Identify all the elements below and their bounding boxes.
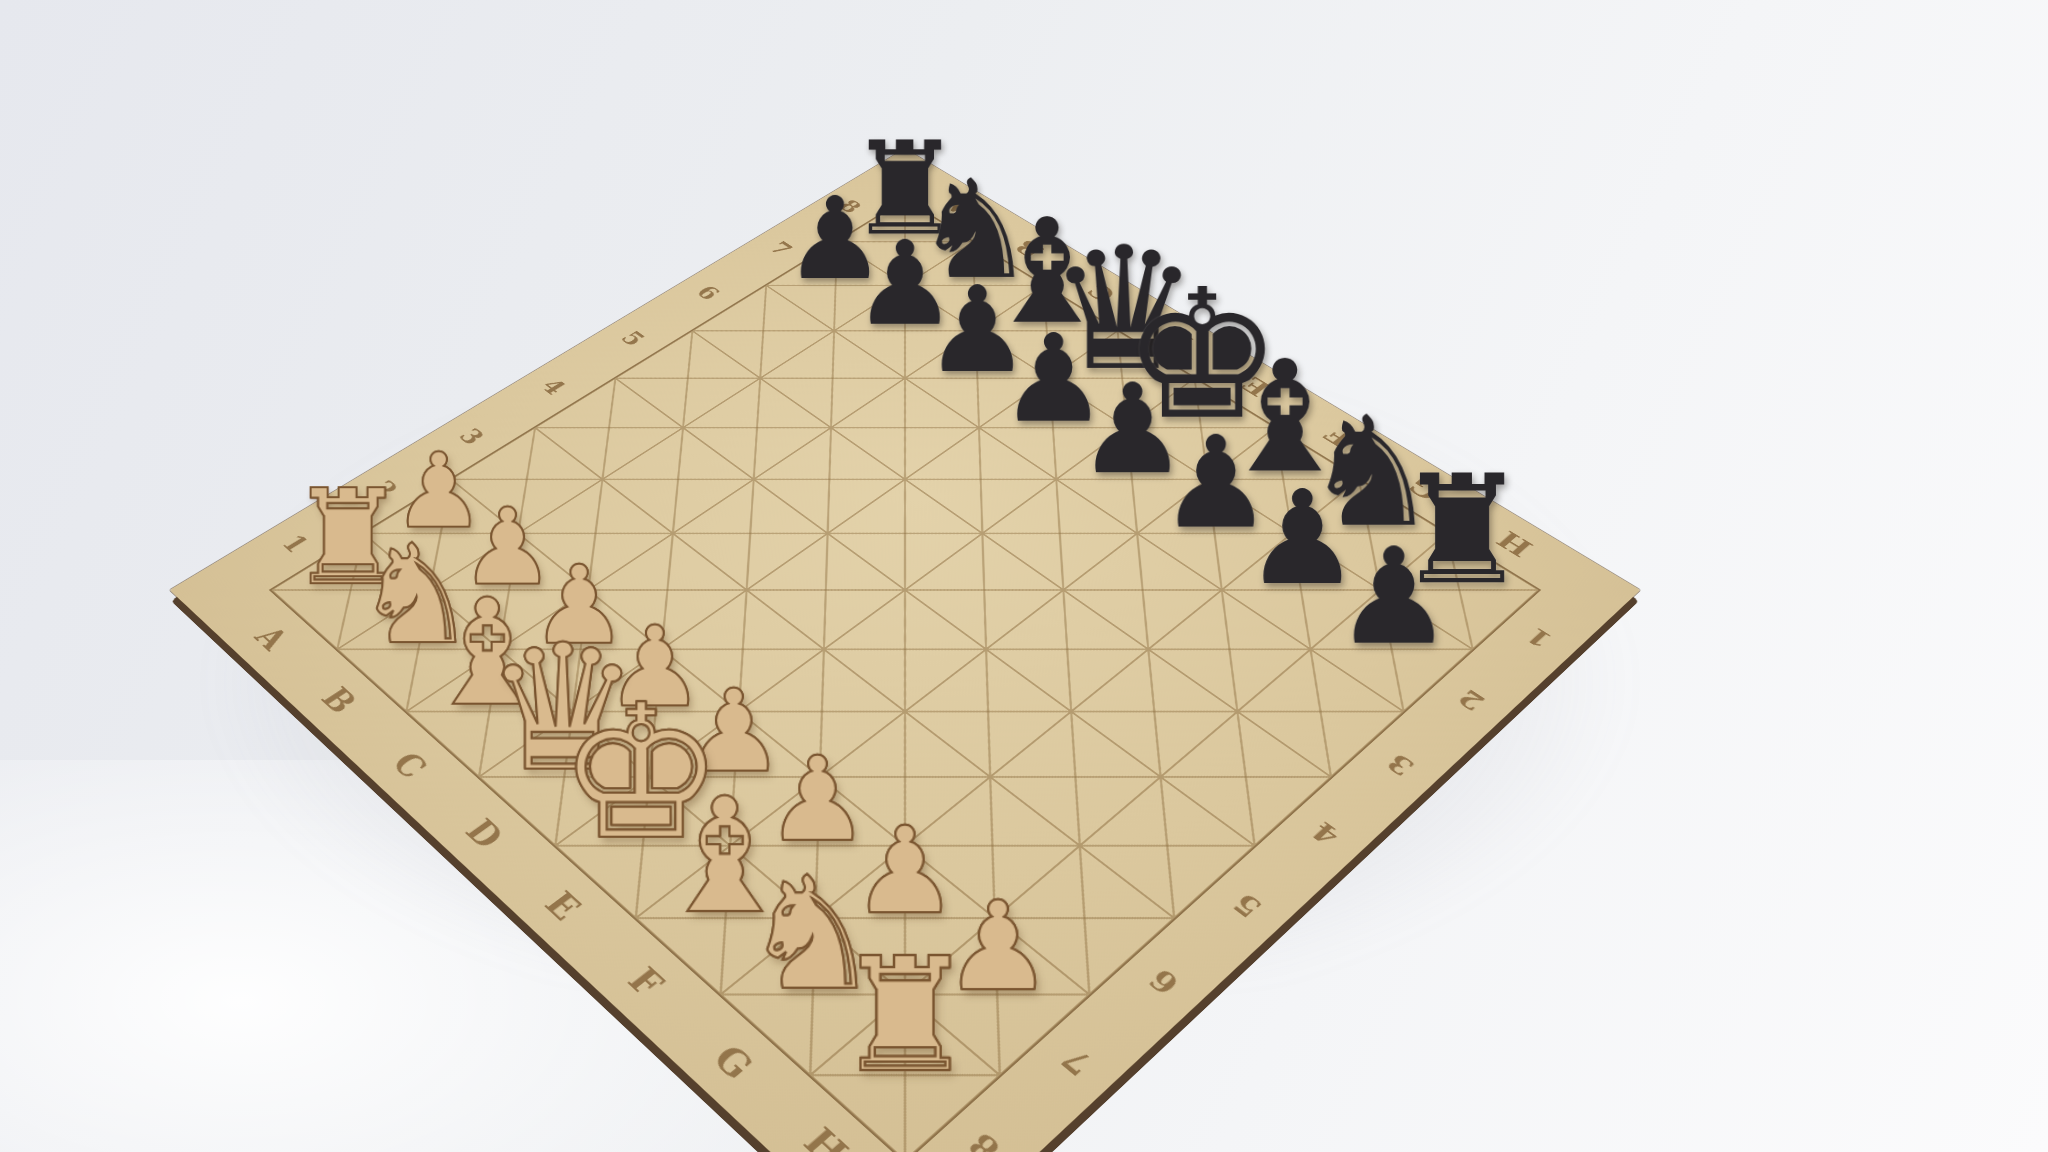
- white-rook-glyph: ♜: [834, 935, 976, 1093]
- black-pawn-glyph: ♟: [1334, 530, 1453, 663]
- photo-stage: AA11BB22CC33DD44EE55FF66GG77HH88 ♜♞♟♝♟♛♟…: [0, 0, 2048, 1152]
